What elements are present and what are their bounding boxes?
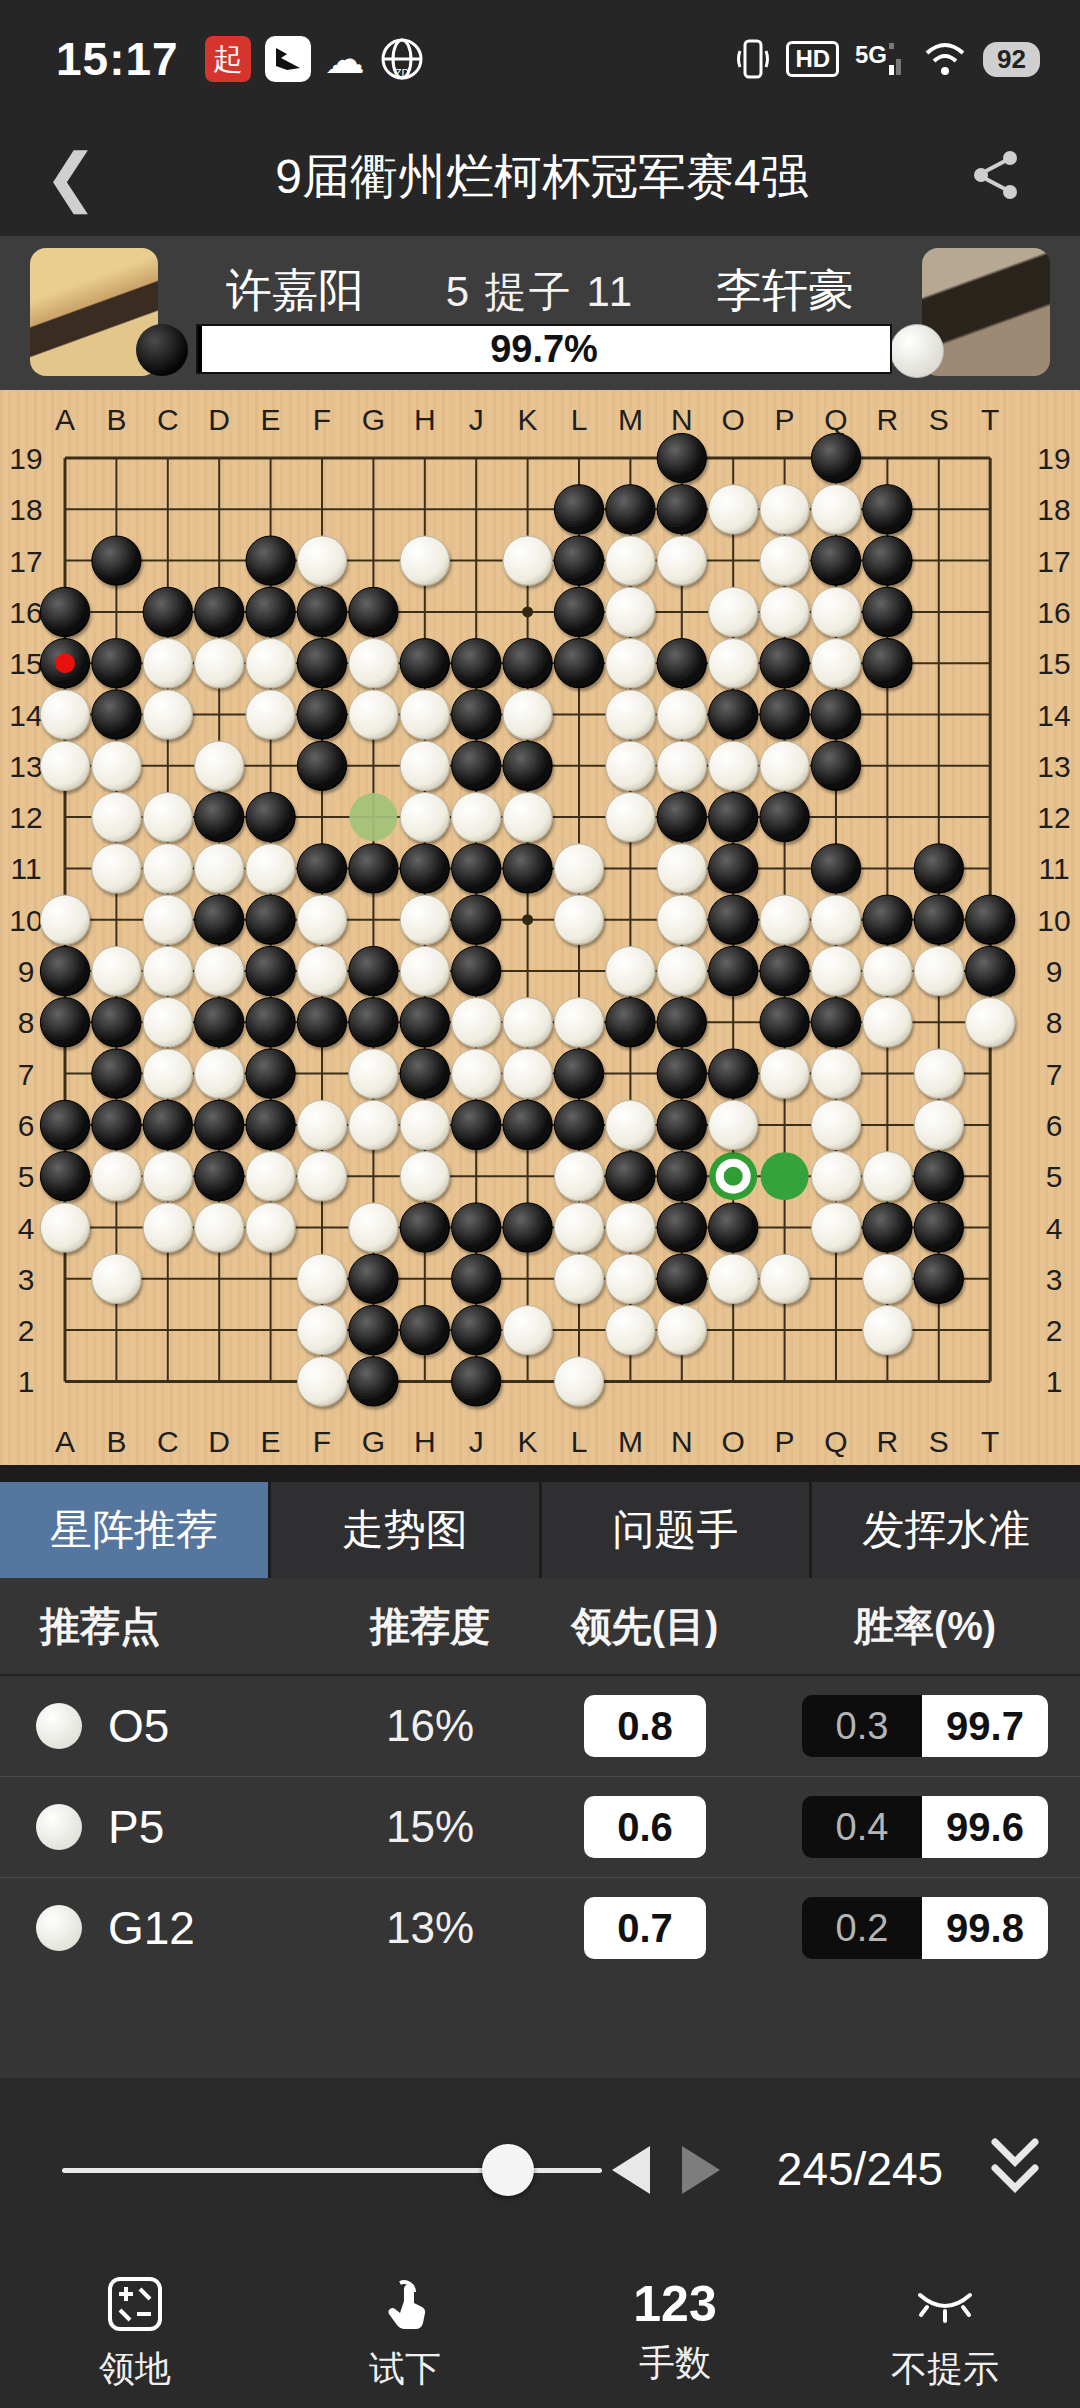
svg-text:P: P [775, 403, 795, 436]
svg-text:2: 2 [18, 1314, 35, 1347]
globe-zd-icon: ZD [379, 36, 425, 82]
back-button[interactable]: ❮ [44, 140, 114, 214]
recommendation-panel: 推荐点 推荐度 领先(目) 胜率(%) O5 16% 0.8 0.3 99.7 … [0, 1578, 1080, 2078]
svg-text:B: B [106, 1425, 126, 1458]
svg-text:5: 5 [18, 1160, 35, 1193]
no-hint-button[interactable]: 不提示 [810, 2258, 1080, 2408]
nav-bar: ❮ 9届衢州烂柯杯冠军赛4强 [0, 118, 1080, 236]
svg-text:4: 4 [18, 1212, 35, 1245]
black-winrate: 0.2 [802, 1897, 922, 1959]
player-bar: 许嘉阳 5 提子 11 李轩豪 99.7% [0, 236, 1080, 390]
tab-trend-graph[interactable]: 走势图 [271, 1482, 539, 1578]
white-winrate: 99.7 [922, 1695, 1048, 1757]
go-board[interactable]: AA1919BB1818CC1717DD1616EE1515FF1414GG13… [0, 390, 1080, 1465]
double-chevron-down-icon [985, 2136, 1045, 2200]
svg-text:Q: Q [824, 403, 847, 436]
wifi-icon [923, 39, 967, 79]
lead-value: 0.8 [584, 1695, 706, 1757]
svg-text:G: G [362, 1425, 385, 1458]
svg-text:E: E [261, 403, 281, 436]
svg-text:6: 6 [18, 1109, 35, 1142]
svg-text:R: R [877, 403, 899, 436]
point-label: O5 [108, 1699, 169, 1753]
svg-text:7: 7 [18, 1058, 35, 1091]
svg-text:17: 17 [1037, 545, 1070, 578]
black-stone-badge [136, 324, 188, 376]
vibrate-icon [736, 37, 770, 81]
svg-text:H: H [414, 403, 436, 436]
svg-text:8: 8 [18, 1006, 35, 1039]
svg-text:12: 12 [9, 801, 42, 834]
winrate-black-segment [198, 326, 202, 372]
svg-text:8: 8 [1046, 1006, 1063, 1039]
svg-text:D: D [208, 1425, 230, 1458]
next-move-button[interactable] [682, 2146, 720, 2194]
white-player-name: 李轩豪 [716, 260, 854, 322]
share-icon [970, 149, 1022, 201]
svg-text:14: 14 [1037, 699, 1070, 732]
svg-text:10: 10 [1037, 904, 1070, 937]
svg-text:9: 9 [18, 955, 35, 988]
svg-text:O: O [722, 403, 745, 436]
svg-text:E: E [261, 1425, 281, 1458]
capture-count: 5 提子 11 [0, 264, 1080, 320]
table-row[interactable]: G12 13% 0.7 0.2 99.8 [0, 1877, 1080, 1978]
move-slider-thumb[interactable] [482, 2144, 534, 2196]
svg-text:5: 5 [1046, 1160, 1063, 1193]
svg-text:15: 15 [1037, 647, 1070, 680]
svg-text:T: T [981, 403, 999, 436]
collapse-panel-button[interactable] [985, 2136, 1045, 2204]
qi-app-icon: 起 [205, 36, 251, 82]
recommend-rate: 16% [340, 1701, 520, 1751]
closed-eye-icon [912, 2273, 978, 2335]
tab-ai-recommend[interactable]: 星阵推荐 [0, 1482, 268, 1578]
table-header: 推荐点 推荐度 领先(目) 胜率(%) [0, 1578, 1080, 1676]
svg-text:Q: Q [824, 1425, 847, 1458]
lead-value: 0.7 [584, 1897, 706, 1959]
status-bar: 15:17 起 ☁ ZD HD 5G 92 [0, 0, 1080, 118]
svg-text:F: F [313, 1425, 331, 1458]
flag-glyph [273, 44, 303, 74]
move-counter: 245/245 [770, 2142, 950, 2196]
white-winrate: 99.8 [922, 1897, 1048, 1959]
svg-text:16: 16 [1037, 596, 1070, 629]
recommend-rate: 13% [340, 1903, 520, 1953]
winrate-pill: 0.3 99.7 [802, 1695, 1048, 1757]
svg-text:15: 15 [9, 647, 42, 680]
winrate-value: 99.7% [490, 328, 598, 371]
go-analysis-app: { "game": "go", "status_bar": { "time": … [0, 0, 1080, 2408]
svg-text:7: 7 [1046, 1058, 1063, 1091]
svg-text:A: A [55, 403, 75, 436]
lead-value: 0.6 [584, 1796, 706, 1858]
bottom-toolbar: 领地 试下 123 手数 不提示 [0, 2258, 1080, 2408]
svg-text:K: K [518, 1425, 538, 1458]
table-row[interactable]: O5 16% 0.8 0.3 99.7 [0, 1676, 1080, 1776]
tab-problem-moves[interactable]: 问题手 [542, 1482, 810, 1578]
page-title: 9届衢州烂柯杯冠军赛4强 [114, 145, 970, 209]
svg-text:C: C [157, 403, 179, 436]
svg-text:O: O [722, 1425, 745, 1458]
svg-text:16: 16 [9, 596, 42, 629]
svg-text:K: K [518, 403, 538, 436]
svg-text:14: 14 [9, 699, 42, 732]
white-stone-icon [36, 1804, 82, 1850]
svg-text:R: R [877, 1425, 899, 1458]
winrate-bar: 99.7% [196, 324, 892, 374]
svg-text:17: 17 [9, 545, 42, 578]
table-row[interactable]: P5 15% 0.6 0.4 99.6 [0, 1776, 1080, 1877]
try-move-button[interactable]: 试下 [270, 2258, 540, 2408]
svg-text:B: B [106, 403, 126, 436]
svg-text:3: 3 [1046, 1263, 1063, 1296]
svg-text:P: P [775, 1425, 795, 1458]
svg-text:G: G [362, 403, 385, 436]
territory-icon [104, 2273, 166, 2335]
svg-text:18: 18 [1037, 493, 1070, 526]
tab-performance[interactable]: 发挥水准 [812, 1482, 1080, 1578]
black-winrate: 0.3 [802, 1695, 922, 1757]
svg-text:F: F [313, 403, 331, 436]
go-board-svg: AA1919BB1818CC1717DD1616EE1515FF1414GG13… [0, 390, 1080, 1465]
svg-text:13: 13 [9, 750, 42, 783]
share-button[interactable] [970, 149, 1080, 205]
move-numbers-icon: 123 [633, 2279, 716, 2329]
white-stone-badge [890, 324, 944, 378]
svg-text:1: 1 [1046, 1365, 1063, 1398]
svg-text:J: J [469, 403, 484, 436]
svg-text:4: 4 [1046, 1212, 1063, 1245]
analysis-tabs: 星阵推荐 走势图 问题手 发挥水准 [0, 1482, 1080, 1578]
svg-text:J: J [469, 1425, 484, 1458]
winrate-pill: 0.4 99.6 [802, 1796, 1048, 1858]
svg-text:12: 12 [1037, 801, 1070, 834]
notification-app-icon [265, 36, 311, 82]
svg-text:6: 6 [1046, 1109, 1063, 1142]
svg-text:2: 2 [1046, 1314, 1063, 1347]
cloud-icon: ☁ [325, 39, 365, 79]
clock: 15:17 [56, 32, 179, 86]
svg-text:M: M [618, 403, 643, 436]
svg-text:19: 19 [9, 442, 42, 475]
svg-text:C: C [157, 1425, 179, 1458]
svg-text:ZD: ZD [394, 67, 409, 79]
svg-text:A: A [55, 1425, 75, 1458]
point-label: G12 [108, 1901, 195, 1955]
black-winrate: 0.4 [802, 1796, 922, 1858]
svg-text:M: M [618, 1425, 643, 1458]
svg-text:13: 13 [1037, 750, 1070, 783]
svg-text:10: 10 [9, 904, 42, 937]
svg-text:19: 19 [1037, 442, 1070, 475]
bottom-deck: 245/245 领地 试下 [0, 2078, 1080, 2408]
svg-text:L: L [571, 403, 588, 436]
recommend-rate: 15% [340, 1802, 520, 1852]
hd-badge: HD [786, 41, 839, 77]
point-label: P5 [108, 1800, 164, 1854]
svg-text:11: 11 [1038, 852, 1069, 885]
svg-text:N: N [671, 403, 693, 436]
move-numbers-button[interactable]: 123 手数 [540, 2258, 810, 2408]
svg-text:D: D [208, 403, 230, 436]
prev-move-button[interactable] [612, 2146, 650, 2194]
svg-text:L: L [571, 1425, 588, 1458]
tap-hand-icon [374, 2273, 436, 2335]
svg-text:S: S [929, 403, 949, 436]
svg-text:1: 1 [18, 1365, 35, 1398]
svg-text:11: 11 [10, 852, 41, 885]
white-winrate: 99.6 [922, 1796, 1048, 1858]
svg-text:S: S [929, 1425, 949, 1458]
move-slider-row: 245/245 [0, 2130, 1080, 2210]
svg-text:3: 3 [18, 1263, 35, 1296]
winrate-pill: 0.2 99.8 [802, 1897, 1048, 1959]
svg-text:H: H [414, 1425, 436, 1458]
svg-text:9: 9 [1046, 955, 1063, 988]
white-stone-icon [36, 1905, 82, 1951]
battery-indicator: 92 [983, 42, 1040, 77]
svg-text:5G: 5G [855, 41, 887, 68]
svg-text:18: 18 [9, 493, 42, 526]
svg-text:N: N [671, 1425, 693, 1458]
territory-button[interactable]: 领地 [0, 2258, 270, 2408]
5g-signal-icon: 5G [855, 37, 907, 81]
white-stone-icon [36, 1703, 82, 1749]
svg-text:T: T [981, 1425, 999, 1458]
